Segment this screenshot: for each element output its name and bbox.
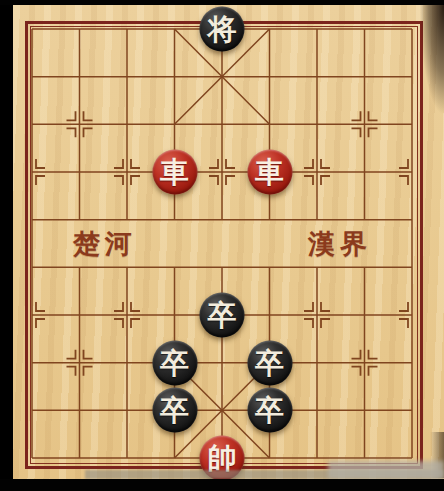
letterbox-bar-top [0,0,444,5]
black-soldier-right-lower-piece[interactable]: 卒 [247,388,292,433]
river-label-han-jie: 漢界 [308,226,372,262]
watermark-blur-patch [328,461,444,479]
black-soldier-left-lower-piece[interactable]: 卒 [152,388,197,433]
xiangqi-game-screenshot: 楚河 漢界 将車車卒卒卒卒卒帥 [0,0,444,491]
black-general-piece[interactable]: 将 [200,7,245,52]
red-chariot-left-piece[interactable]: 車 [152,150,197,195]
black-soldier-right-upper-piece[interactable]: 卒 [247,340,292,385]
black-soldier-center-piece[interactable]: 卒 [200,293,245,338]
screen-shadow-top-right [418,5,444,165]
red-chariot-right-piece[interactable]: 車 [247,150,292,195]
river-label-chu-he: 楚河 [73,226,137,262]
black-soldier-left-upper-piece[interactable]: 卒 [152,340,197,385]
board-grid [0,0,444,491]
letterbox-bar-bottom [0,479,444,491]
